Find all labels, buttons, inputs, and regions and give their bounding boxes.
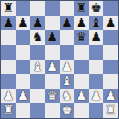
square-h7[interactable]: ♟ <box>103 16 118 31</box>
square-d8[interactable] <box>45 1 60 16</box>
piece-black-king: ♚ <box>90 2 101 15</box>
square-f4[interactable] <box>74 60 89 75</box>
square-a7[interactable]: ♟ <box>1 16 16 31</box>
chess-board: ♜♜♚♟♟♟♟♟♝♟♞♟♛♟♝♟♟♝♟♟♛♞♟♟♟♜♚♜ <box>0 0 119 119</box>
square-g6[interactable]: ♟ <box>89 30 104 45</box>
piece-white-knight: ♞ <box>61 89 72 102</box>
square-e3[interactable]: ♝ <box>60 74 75 89</box>
square-b2[interactable]: ♟ <box>16 89 31 104</box>
square-e5[interactable] <box>60 45 75 60</box>
piece-white-bishop: ♝ <box>61 75 72 88</box>
square-c6[interactable]: ♞ <box>30 30 45 45</box>
piece-white-pawn: ♟ <box>47 60 58 73</box>
square-h5[interactable] <box>103 45 118 60</box>
square-h8[interactable] <box>103 1 118 16</box>
square-g7[interactable]: ♝ <box>89 16 104 31</box>
square-d1[interactable] <box>45 103 60 118</box>
square-c8[interactable] <box>30 1 45 16</box>
square-f8[interactable]: ♜ <box>74 1 89 16</box>
square-g1[interactable] <box>89 103 104 118</box>
square-e8[interactable] <box>60 1 75 16</box>
piece-black-pawn: ♟ <box>3 16 14 29</box>
square-e1[interactable]: ♚ <box>60 103 75 118</box>
square-f7[interactable]: ♟ <box>74 16 89 31</box>
square-c2[interactable] <box>30 89 45 104</box>
square-g5[interactable] <box>89 45 104 60</box>
square-a1[interactable]: ♜ <box>1 103 16 118</box>
piece-black-rook: ♜ <box>3 2 14 15</box>
piece-black-pawn: ♟ <box>32 16 43 29</box>
square-f2[interactable]: ♟ <box>74 89 89 104</box>
square-e7[interactable]: ♟ <box>60 16 75 31</box>
square-b6[interactable] <box>16 30 31 45</box>
square-b3[interactable] <box>16 74 31 89</box>
square-f5[interactable] <box>74 45 89 60</box>
piece-white-king: ♚ <box>61 104 72 117</box>
square-c1[interactable] <box>30 103 45 118</box>
square-c5[interactable] <box>30 45 45 60</box>
square-c3[interactable] <box>30 74 45 89</box>
piece-black-rook: ♜ <box>76 2 87 15</box>
piece-white-pawn: ♟ <box>76 89 87 102</box>
square-a4[interactable] <box>1 60 16 75</box>
piece-black-queen: ♛ <box>76 31 87 44</box>
piece-black-pawn: ♟ <box>90 31 101 44</box>
piece-black-bishop: ♝ <box>90 16 101 29</box>
square-h1[interactable]: ♜ <box>103 103 118 118</box>
square-b8[interactable] <box>16 1 31 16</box>
square-a3[interactable] <box>1 74 16 89</box>
square-g8[interactable]: ♚ <box>89 1 104 16</box>
square-a5[interactable] <box>1 45 16 60</box>
piece-white-rook: ♜ <box>105 104 116 117</box>
piece-white-bishop: ♝ <box>32 60 43 73</box>
square-c7[interactable]: ♟ <box>30 16 45 31</box>
piece-white-pawn: ♟ <box>3 89 14 102</box>
square-g4[interactable] <box>89 60 104 75</box>
square-b4[interactable] <box>16 60 31 75</box>
square-f3[interactable] <box>74 74 89 89</box>
square-d2[interactable]: ♛ <box>45 89 60 104</box>
square-a8[interactable]: ♜ <box>1 1 16 16</box>
piece-black-pawn: ♟ <box>47 31 58 44</box>
piece-white-pawn: ♟ <box>17 89 28 102</box>
square-d7[interactable] <box>45 16 60 31</box>
piece-black-pawn: ♟ <box>76 16 87 29</box>
square-c4[interactable]: ♝ <box>30 60 45 75</box>
square-h2[interactable]: ♟ <box>103 89 118 104</box>
piece-white-queen: ♛ <box>47 89 58 102</box>
piece-white-pawn: ♟ <box>61 60 72 73</box>
square-b5[interactable] <box>16 45 31 60</box>
square-f6[interactable]: ♛ <box>74 30 89 45</box>
square-a6[interactable] <box>1 30 16 45</box>
piece-black-pawn: ♟ <box>17 16 28 29</box>
piece-black-pawn: ♟ <box>61 16 72 29</box>
piece-black-pawn: ♟ <box>105 16 116 29</box>
square-d3[interactable] <box>45 74 60 89</box>
square-h3[interactable] <box>103 74 118 89</box>
square-f1[interactable] <box>74 103 89 118</box>
square-e6[interactable] <box>60 30 75 45</box>
square-b1[interactable] <box>16 103 31 118</box>
square-g3[interactable] <box>89 74 104 89</box>
square-a2[interactable]: ♟ <box>1 89 16 104</box>
piece-white-rook: ♜ <box>3 104 14 117</box>
square-e2[interactable]: ♞ <box>60 89 75 104</box>
square-d6[interactable]: ♟ <box>45 30 60 45</box>
piece-white-pawn: ♟ <box>105 89 116 102</box>
square-b7[interactable]: ♟ <box>16 16 31 31</box>
square-g2[interactable]: ♟ <box>89 89 104 104</box>
square-h4[interactable] <box>103 60 118 75</box>
square-h6[interactable] <box>103 30 118 45</box>
square-d4[interactable]: ♟ <box>45 60 60 75</box>
piece-black-knight: ♞ <box>32 31 43 44</box>
square-e4[interactable]: ♟ <box>60 60 75 75</box>
piece-white-pawn: ♟ <box>90 89 101 102</box>
square-d5[interactable] <box>45 45 60 60</box>
